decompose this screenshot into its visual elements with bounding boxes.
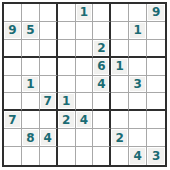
cell-r9c2[interactable] [22, 147, 40, 165]
cell-r2c9[interactable] [147, 22, 165, 40]
cell-r6c7[interactable] [111, 93, 129, 111]
cell-r1c2[interactable] [22, 4, 40, 22]
cell-r5c4[interactable] [58, 76, 76, 94]
cell-r3c9[interactable] [147, 40, 165, 58]
cell-r1c4[interactable] [58, 4, 76, 22]
cell-r4c3[interactable] [40, 58, 58, 76]
cell-r9c4[interactable] [58, 147, 76, 165]
cell-r7c8[interactable] [129, 111, 147, 129]
cell-r2c1: 9 [4, 22, 22, 40]
cell-r2c2: 5 [22, 22, 40, 40]
cell-r9c8: 4 [129, 147, 147, 165]
cell-r5c8: 3 [129, 76, 147, 94]
cell-r8c2: 8 [22, 129, 40, 147]
cell-r7c6[interactable] [93, 111, 111, 129]
cell-r8c7: 2 [111, 129, 129, 147]
cell-r7c1: 7 [4, 111, 22, 129]
cell-r9c7[interactable] [111, 147, 129, 165]
cell-r5c3[interactable] [40, 76, 58, 94]
cell-r4c7: 1 [111, 58, 129, 76]
cell-r5c2: 1 [22, 76, 40, 94]
cell-r3c6: 2 [93, 40, 111, 58]
cell-r1c1[interactable] [4, 4, 22, 22]
cell-r8c1[interactable] [4, 129, 22, 147]
cell-r4c8[interactable] [129, 58, 147, 76]
cell-r7c5: 4 [76, 111, 94, 129]
cell-r1c7[interactable] [111, 4, 129, 22]
cell-r8c9[interactable] [147, 129, 165, 147]
cell-r8c6[interactable] [93, 129, 111, 147]
cell-r9c6[interactable] [93, 147, 111, 165]
cell-r6c1[interactable] [4, 93, 22, 111]
cell-r3c3[interactable] [40, 40, 58, 58]
cell-r8c4[interactable] [58, 129, 76, 147]
cell-r5c9[interactable] [147, 76, 165, 94]
cell-r1c6[interactable] [93, 4, 111, 22]
cell-r1c3[interactable] [40, 4, 58, 22]
cell-r9c3[interactable] [40, 147, 58, 165]
cell-r4c2[interactable] [22, 58, 40, 76]
cell-r3c5[interactable] [76, 40, 94, 58]
cell-r7c3[interactable] [40, 111, 58, 129]
cell-r5c7[interactable] [111, 76, 129, 94]
cell-r1c5: 1 [76, 4, 94, 22]
cell-r1c8[interactable] [129, 4, 147, 22]
cell-r9c5[interactable] [76, 147, 94, 165]
cell-r2c5[interactable] [76, 22, 94, 40]
cell-r6c2[interactable] [22, 93, 40, 111]
cell-r9c1[interactable] [4, 147, 22, 165]
cell-r4c5[interactable] [76, 58, 94, 76]
cell-r5c6: 4 [93, 76, 111, 94]
cell-r4c4[interactable] [58, 58, 76, 76]
cell-r3c7[interactable] [111, 40, 129, 58]
sudoku-page: 199512611437172484243 [0, 0, 170, 170]
cell-r2c7[interactable] [111, 22, 129, 40]
cell-r7c4: 2 [58, 111, 76, 129]
cell-r6c4: 1 [58, 93, 76, 111]
cell-r5c5[interactable] [76, 76, 94, 94]
cell-r5c1[interactable] [4, 76, 22, 94]
cell-r6c9[interactable] [147, 93, 165, 111]
cell-r6c6[interactable] [93, 93, 111, 111]
cell-r3c8[interactable] [129, 40, 147, 58]
cell-r6c5[interactable] [76, 93, 94, 111]
cell-r2c3[interactable] [40, 22, 58, 40]
cell-r3c2[interactable] [22, 40, 40, 58]
cell-r8c8[interactable] [129, 129, 147, 147]
cell-r8c5[interactable] [76, 129, 94, 147]
cell-r2c4[interactable] [58, 22, 76, 40]
cell-r4c1[interactable] [4, 58, 22, 76]
cell-r1c9: 9 [147, 4, 165, 22]
cell-r8c3: 4 [40, 129, 58, 147]
cell-r6c8[interactable] [129, 93, 147, 111]
cell-r4c9[interactable] [147, 58, 165, 76]
cell-r9c9: 3 [147, 147, 165, 165]
cell-r6c3: 7 [40, 93, 58, 111]
sudoku-board: 199512611437172484243 [2, 2, 167, 167]
cell-r7c7[interactable] [111, 111, 129, 129]
cell-r3c4[interactable] [58, 40, 76, 58]
cell-r7c2[interactable] [22, 111, 40, 129]
cell-r2c6[interactable] [93, 22, 111, 40]
cell-r4c6: 6 [93, 58, 111, 76]
cell-r7c9[interactable] [147, 111, 165, 129]
cell-r3c1[interactable] [4, 40, 22, 58]
cell-r2c8: 1 [129, 22, 147, 40]
